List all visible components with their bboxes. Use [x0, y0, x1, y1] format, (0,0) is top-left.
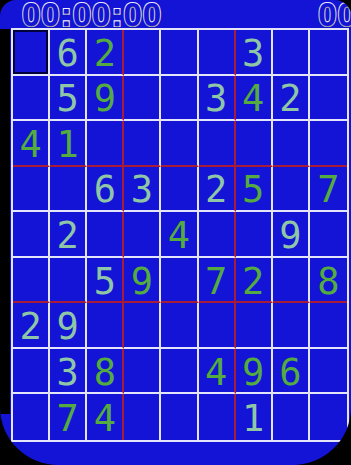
digit: 2 [19, 308, 41, 345]
digit: 4 [168, 217, 190, 254]
digit: 2 [242, 263, 264, 300]
digit: 2 [94, 35, 116, 72]
cell-r2c5[interactable] [161, 76, 198, 122]
cell-r4c9[interactable]: 7 [310, 167, 347, 213]
cell-r9c8[interactable] [273, 394, 310, 440]
cell-r1c4[interactable] [124, 30, 161, 76]
cell-r8c9[interactable] [310, 349, 347, 395]
digit: 9 [57, 308, 79, 345]
cell-r1c9[interactable] [310, 30, 347, 76]
cell-r3c2[interactable]: 1 [50, 121, 87, 167]
cell-r9c5[interactable] [161, 394, 198, 440]
cell-r6c7[interactable]: 2 [236, 258, 273, 304]
cell-r5c9[interactable] [310, 212, 347, 258]
cell-r5c5[interactable]: 4 [161, 212, 198, 258]
cell-r2c1[interactable] [13, 76, 50, 122]
digit: 6 [57, 35, 79, 72]
cell-r4c4[interactable]: 3 [124, 167, 161, 213]
digit: 8 [94, 354, 116, 391]
cell-r3c4[interactable] [124, 121, 161, 167]
cell-r7c3[interactable] [87, 303, 124, 349]
cell-r7c7[interactable] [236, 303, 273, 349]
cell-r5c4[interactable] [124, 212, 161, 258]
cell-r5c3[interactable] [87, 212, 124, 258]
digit: 3 [57, 354, 79, 391]
cell-r4c1[interactable] [13, 167, 50, 213]
cell-r7c9[interactable] [310, 303, 347, 349]
cell-r7c2[interactable]: 9 [50, 303, 87, 349]
digit: 5 [94, 263, 116, 300]
cell-r8c3[interactable]: 8 [87, 349, 124, 395]
cell-r8c2[interactable]: 3 [50, 349, 87, 395]
cell-r3c6[interactable] [199, 121, 236, 167]
cell-r8c1[interactable] [13, 349, 50, 395]
cell-r3c1[interactable]: 4 [13, 121, 50, 167]
cell-r2c8[interactable]: 2 [273, 76, 310, 122]
cell-r5c7[interactable] [236, 212, 273, 258]
cell-r6c2[interactable] [50, 258, 87, 304]
cell-r4c7[interactable]: 5 [236, 167, 273, 213]
cell-r1c8[interactable] [273, 30, 310, 76]
cell-r2c3[interactable]: 9 [87, 76, 124, 122]
cell-r7c4[interactable] [124, 303, 161, 349]
cell-r6c4[interactable]: 9 [124, 258, 161, 304]
sudoku-grid: 623593424163257249597282938496741 [11, 28, 349, 442]
digit: 9 [279, 217, 301, 254]
cell-r3c8[interactable] [273, 121, 310, 167]
cell-r1c6[interactable] [199, 30, 236, 76]
cell-r1c1[interactable] [13, 30, 50, 76]
digit: 3 [242, 35, 264, 72]
cell-r9c4[interactable] [124, 394, 161, 440]
digit: 7 [57, 400, 79, 437]
cell-r8c6[interactable]: 4 [199, 349, 236, 395]
digit: 6 [94, 171, 116, 208]
cell-r7c8[interactable] [273, 303, 310, 349]
cell-r8c8[interactable]: 6 [273, 349, 310, 395]
digit: 3 [205, 80, 227, 117]
digit: 7 [317, 171, 339, 208]
digit: 4 [242, 80, 264, 117]
cell-r7c5[interactable] [161, 303, 198, 349]
cell-r8c7[interactable]: 9 [236, 349, 273, 395]
cell-r4c8[interactable] [273, 167, 310, 213]
digit: 5 [242, 171, 264, 208]
cell-r3c3[interactable] [87, 121, 124, 167]
cell-r2c7[interactable]: 4 [236, 76, 273, 122]
digit: 7 [205, 263, 227, 300]
cell-r3c9[interactable] [310, 121, 347, 167]
cell-r9c3[interactable]: 4 [87, 394, 124, 440]
cell-r3c7[interactable] [236, 121, 273, 167]
sudoku-app-screen: 00:00:00 00 6235934241632572495972829384… [0, 0, 351, 465]
digit: 2 [205, 171, 227, 208]
cell-r6c8[interactable] [273, 258, 310, 304]
digit: 3 [131, 171, 153, 208]
cell-r9c6[interactable] [199, 394, 236, 440]
digit: 2 [57, 217, 79, 254]
digit: 1 [57, 126, 79, 163]
cell-r2c6[interactable]: 3 [199, 76, 236, 122]
digit: 4 [94, 400, 116, 437]
cell-r1c2[interactable]: 6 [50, 30, 87, 76]
digit: 9 [94, 80, 116, 117]
cell-r2c9[interactable] [310, 76, 347, 122]
cell-r6c3[interactable]: 5 [87, 258, 124, 304]
cell-r5c1[interactable] [13, 212, 50, 258]
digit: 1 [242, 400, 264, 437]
digit: 9 [242, 354, 264, 391]
cell-r4c2[interactable] [50, 167, 87, 213]
digit: 9 [131, 263, 153, 300]
cell-r3c5[interactable] [161, 121, 198, 167]
cell-r5c6[interactable] [199, 212, 236, 258]
digit: 5 [57, 80, 79, 117]
digit: 2 [279, 80, 301, 117]
left-frame-strip [0, 29, 10, 414]
cell-r6c6[interactable]: 7 [199, 258, 236, 304]
cell-r8c5[interactable] [161, 349, 198, 395]
digit: 4 [19, 126, 41, 163]
cell-r2c2[interactable]: 5 [50, 76, 87, 122]
cell-r1c7[interactable]: 3 [236, 30, 273, 76]
digit: 8 [317, 263, 339, 300]
cell-r5c2[interactable]: 2 [50, 212, 87, 258]
cell-r8c4[interactable] [124, 349, 161, 395]
cell-r1c3[interactable]: 2 [87, 30, 124, 76]
digit: 6 [279, 354, 301, 391]
cell-r4c3[interactable]: 6 [87, 167, 124, 213]
cell-r4c5[interactable] [161, 167, 198, 213]
cell-r7c6[interactable] [199, 303, 236, 349]
cell-r9c1[interactable] [13, 394, 50, 440]
cell-r1c5[interactable] [161, 30, 198, 76]
cell-r6c5[interactable] [161, 258, 198, 304]
cell-r9c9[interactable] [310, 394, 347, 440]
cell-r4c6[interactable]: 2 [199, 167, 236, 213]
cell-r9c7[interactable]: 1 [236, 394, 273, 440]
cell-r9c2[interactable]: 7 [50, 394, 87, 440]
timer-bar: 00:00:00 00 [0, 0, 351, 28]
cell-r6c1[interactable] [13, 258, 50, 304]
cell-r2c4[interactable] [124, 76, 161, 122]
cell-r7c1[interactable]: 2 [13, 303, 50, 349]
digit: 4 [205, 354, 227, 391]
cell-r5c8[interactable]: 9 [273, 212, 310, 258]
cell-r6c9[interactable]: 8 [310, 258, 347, 304]
